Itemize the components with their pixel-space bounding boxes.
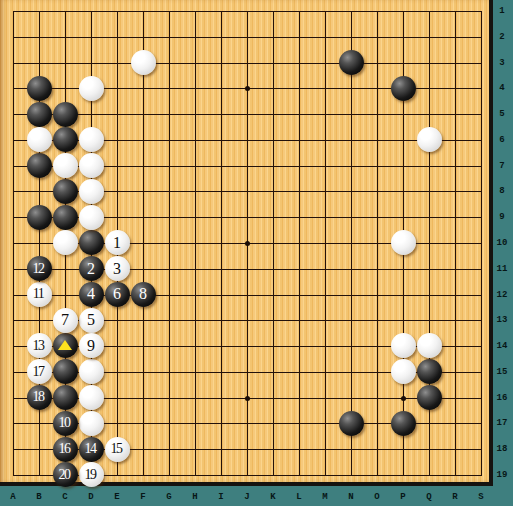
move-number-label: 2	[87, 261, 95, 277]
move-16-black-C18: 16	[53, 437, 78, 462]
row-label-1: 1	[492, 5, 512, 17]
row-label-10: 10	[492, 237, 512, 249]
stone-white-Q6	[417, 127, 442, 152]
move-number-label: 10	[59, 416, 70, 430]
move-number-label: 19	[85, 468, 96, 482]
stone-white-Q14	[417, 333, 442, 358]
move-number-label: 11	[33, 287, 43, 301]
row-label-13: 13	[492, 314, 512, 326]
row-label-15: 15	[492, 366, 512, 378]
column-label-D: D	[84, 491, 98, 503]
column-label-E: E	[110, 491, 124, 503]
column-label-R: R	[448, 491, 462, 503]
move-number-label: 8	[139, 286, 147, 302]
move-11-white-B12: 11	[27, 282, 52, 307]
row-label-8: 8	[492, 185, 512, 197]
column-label-P: P	[396, 491, 410, 503]
row-label-18: 18	[492, 443, 512, 455]
stone-white-P10	[391, 230, 416, 255]
column-label-J: J	[240, 491, 254, 503]
stone-black-N17	[339, 411, 364, 436]
column-label-A: A	[6, 491, 20, 503]
column-label-G: G	[162, 491, 176, 503]
move-number-label: 13	[33, 339, 44, 353]
stone-black-C5	[53, 102, 78, 127]
move-8-black-F12: 8	[131, 282, 156, 307]
move-number-label: 20	[59, 468, 70, 482]
row-label-17: 17	[492, 417, 512, 429]
move-number-label: 4	[87, 286, 95, 302]
row-label-11: 11	[492, 263, 512, 275]
move-20-black-C19: 20	[53, 462, 78, 487]
column-label-O: O	[370, 491, 384, 503]
stone-black-P17	[391, 411, 416, 436]
stones-layer: 1234567891011121314151617181920	[0, 0, 494, 488]
stone-white-P14	[391, 333, 416, 358]
row-label-16: 16	[492, 392, 512, 404]
column-label-L: L	[292, 491, 306, 503]
column-label-B: B	[32, 491, 46, 503]
move-15-white-E18: 15	[105, 437, 130, 462]
column-label-M: M	[318, 491, 332, 503]
stone-black-C6	[53, 127, 78, 152]
move-number-label: 15	[111, 442, 122, 456]
stone-white-D15	[79, 359, 104, 384]
move-19-white-D19: 19	[79, 462, 104, 487]
column-label-C: C	[58, 491, 72, 503]
stone-black-B7	[27, 153, 52, 178]
stone-white-D17	[79, 411, 104, 436]
move-number-label: 12	[33, 262, 44, 276]
stone-white-C7	[53, 153, 78, 178]
stone-white-C10	[53, 230, 78, 255]
stone-white-F3	[131, 50, 156, 75]
stone-black-B4	[27, 76, 52, 101]
row-label-7: 7	[492, 160, 512, 172]
column-label-S: S	[474, 491, 488, 503]
move-number-label: 1	[113, 235, 121, 251]
stone-white-D16	[79, 385, 104, 410]
column-label-F: F	[136, 491, 150, 503]
goban-app: 1234567891011121314151617181920 ABCDEFGH…	[0, 0, 513, 506]
stone-white-D9	[79, 205, 104, 230]
column-label-K: K	[266, 491, 280, 503]
stone-black-D10	[79, 230, 104, 255]
move-2-black-D11: 2	[79, 256, 104, 281]
stone-white-D4	[79, 76, 104, 101]
stone-black-C14	[53, 333, 78, 358]
row-label-2: 2	[492, 31, 512, 43]
stone-black-C9	[53, 205, 78, 230]
row-label-12: 12	[492, 289, 512, 301]
stone-black-P4	[391, 76, 416, 101]
move-number-label: 9	[87, 338, 95, 354]
column-label-H: H	[188, 491, 202, 503]
move-9-white-D14: 9	[79, 333, 104, 358]
stone-black-C15	[53, 359, 78, 384]
row-label-9: 9	[492, 211, 512, 223]
move-17-white-B15: 17	[27, 359, 52, 384]
stone-black-Q15	[417, 359, 442, 384]
row-label-4: 4	[492, 82, 512, 94]
move-number-label: 18	[33, 390, 44, 404]
move-number-label: 16	[59, 442, 70, 456]
row-label-19: 19	[492, 469, 512, 481]
go-board[interactable]: 1234567891011121314151617181920	[0, 0, 493, 486]
stone-white-D7	[79, 153, 104, 178]
stone-black-B5	[27, 102, 52, 127]
column-label-Q: Q	[422, 491, 436, 503]
row-label-3: 3	[492, 57, 512, 69]
row-label-6: 6	[492, 134, 512, 146]
triangle-marker-icon	[58, 340, 72, 350]
move-7-white-C13: 7	[53, 308, 78, 333]
stone-black-N3	[339, 50, 364, 75]
move-13-white-B14: 13	[27, 333, 52, 358]
stone-white-P15	[391, 359, 416, 384]
move-6-black-E12: 6	[105, 282, 130, 307]
move-5-white-D13: 5	[79, 308, 104, 333]
move-number-label: 7	[61, 312, 69, 328]
move-4-black-D12: 4	[79, 282, 104, 307]
column-label-I: I	[214, 491, 228, 503]
move-3-white-E11: 3	[105, 256, 130, 281]
row-label-5: 5	[492, 108, 512, 120]
move-number-label: 6	[113, 286, 121, 302]
stone-white-D8	[79, 179, 104, 204]
move-12-black-B11: 12	[27, 256, 52, 281]
column-label-N: N	[344, 491, 358, 503]
move-10-black-C17: 10	[53, 411, 78, 436]
move-number-label: 3	[113, 261, 121, 277]
move-14-black-D18: 14	[79, 437, 104, 462]
move-18-black-B16: 18	[27, 385, 52, 410]
move-number-label: 14	[85, 442, 96, 456]
move-number-label: 17	[33, 365, 44, 379]
move-1-white-E10: 1	[105, 230, 130, 255]
stone-black-Q16	[417, 385, 442, 410]
stone-white-D6	[79, 127, 104, 152]
stone-white-B6	[27, 127, 52, 152]
row-label-14: 14	[492, 340, 512, 352]
move-number-label: 5	[87, 312, 95, 328]
stone-black-C16	[53, 385, 78, 410]
stone-black-B9	[27, 205, 52, 230]
stone-black-C8	[53, 179, 78, 204]
